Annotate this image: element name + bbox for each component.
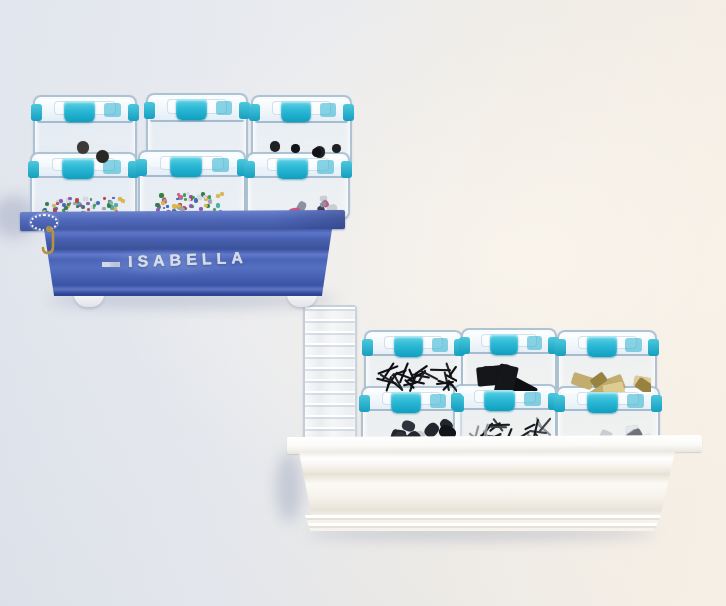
white-shelf-molding — [299, 452, 675, 518]
white-shelf-base — [305, 515, 661, 531]
side-latch-icon — [128, 104, 139, 121]
bin-contents — [144, 174, 240, 215]
bin-white-back-middle — [461, 328, 557, 396]
side-latch-icon — [136, 159, 147, 176]
latch-icon — [176, 99, 206, 120]
bin-white-back-left — [364, 330, 463, 396]
bin-contents — [467, 352, 552, 392]
latch-icon — [394, 336, 423, 357]
bin-contents — [370, 353, 457, 391]
rear-latch-icon — [320, 103, 336, 117]
side-latch-icon — [28, 161, 39, 178]
latch-icon — [281, 101, 311, 122]
side-latch-icon — [343, 104, 354, 121]
side-latch-icon — [555, 339, 566, 356]
white-shelf-top — [287, 435, 702, 454]
side-latch-icon — [554, 395, 565, 412]
photo-wall-scene: ISABELLA — [0, 0, 726, 606]
side-latch-icon — [648, 339, 659, 356]
rear-latch-icon — [524, 392, 541, 406]
side-latch-icon — [244, 161, 255, 178]
latch-icon — [277, 158, 308, 179]
latch-icon — [587, 336, 617, 357]
gold-hook-icon — [38, 226, 60, 260]
bin-white-back-right — [557, 330, 657, 396]
side-latch-icon — [651, 395, 662, 412]
side-latch-icon — [31, 104, 42, 121]
rear-latch-icon — [104, 103, 121, 117]
side-latch-icon — [249, 104, 260, 121]
blue-shelf-board — [20, 210, 345, 231]
side-latch-icon — [451, 393, 462, 410]
latch-icon — [391, 392, 421, 413]
bin-contents — [563, 353, 651, 391]
bin-contents — [36, 176, 131, 216]
latch-icon — [62, 158, 94, 179]
side-latch-icon — [341, 161, 352, 178]
rear-latch-icon — [432, 338, 448, 352]
rear-latch-icon — [625, 338, 641, 352]
blue-shelf-molding: ISABELLA — [44, 229, 332, 296]
side-latch-icon — [144, 102, 155, 119]
rear-latch-icon — [627, 394, 644, 408]
rear-latch-icon — [527, 336, 543, 350]
latch-icon — [490, 334, 519, 355]
rear-latch-icon — [216, 101, 233, 115]
shelf-name-label: ISABELLA — [44, 246, 332, 274]
side-latch-icon — [359, 395, 370, 412]
side-latch-icon — [459, 337, 470, 354]
side-latch-icon — [362, 339, 373, 356]
latch-icon — [170, 156, 202, 177]
latch-icon — [484, 390, 515, 411]
rear-latch-icon — [430, 394, 446, 408]
latch-icon — [587, 392, 618, 413]
latch-icon — [64, 101, 95, 122]
